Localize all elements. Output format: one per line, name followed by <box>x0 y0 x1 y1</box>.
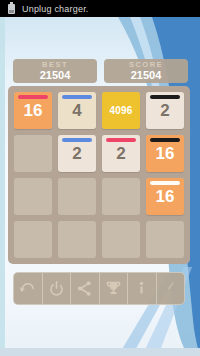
current-score-box: SCORE 21504 <box>104 59 188 83</box>
tile-value: 16 <box>156 187 175 207</box>
tile-marker-black <box>150 95 180 99</box>
info-button[interactable] <box>127 273 156 304</box>
share-icon <box>75 279 94 298</box>
cell-r1c2: 2 <box>102 135 140 172</box>
tile-value: 16 <box>24 101 43 121</box>
info-icon <box>132 279 151 298</box>
tile-value: 4 <box>72 101 81 121</box>
tile-16: 16 <box>146 178 184 215</box>
undo-icon <box>18 279 37 298</box>
settings-icon <box>161 279 180 298</box>
status-bar[interactable]: Unplug charger. <box>0 0 200 17</box>
screen: Unplug charger. <box>0 0 200 356</box>
cell-r0c0: 16 <box>14 92 52 129</box>
cell-r0c2: 4096 <box>102 92 140 129</box>
tile-value: 2 <box>160 101 169 121</box>
tile-16: 16 <box>146 135 184 172</box>
settings-button[interactable] <box>156 273 185 304</box>
restart-button[interactable] <box>42 273 71 304</box>
best-label: BEST <box>42 61 68 69</box>
tile-value: 4096 <box>109 105 132 116</box>
tile-value: 16 <box>156 144 175 164</box>
tile-4: 4 <box>58 92 96 129</box>
share-button[interactable] <box>70 273 99 304</box>
cell-r3c3 <box>146 221 184 258</box>
cell-r1c3: 16 <box>146 135 184 172</box>
cell-r0c3: 2 <box>146 92 184 129</box>
undo-button[interactable] <box>14 273 42 304</box>
tile-marker-pink <box>106 138 136 142</box>
score-value: 21504 <box>131 70 162 81</box>
toolbar <box>13 272 185 305</box>
tile-marker-blue <box>62 138 92 142</box>
trophy-icon <box>104 279 123 298</box>
cell-r2c1 <box>58 178 96 215</box>
cell-r2c0 <box>14 178 52 215</box>
leaderboard-button[interactable] <box>99 273 128 304</box>
tile-4096: 4096 <box>102 92 140 129</box>
cell-r2c2 <box>102 178 140 215</box>
board[interactable]: 16440962221616 <box>8 86 190 264</box>
best-score-box: BEST 21504 <box>13 59 97 83</box>
score-label: SCORE <box>129 61 163 69</box>
cell-r3c2 <box>102 221 140 258</box>
score-panel: BEST 21504 SCORE 21504 <box>13 59 188 83</box>
tile-2: 2 <box>146 92 184 129</box>
tile-marker-pink <box>18 95 48 99</box>
cell-r1c1: 2 <box>58 135 96 172</box>
tile-marker-black <box>150 138 180 142</box>
tile-value: 2 <box>72 144 81 164</box>
tile-marker-white <box>150 181 180 185</box>
cell-r3c1 <box>58 221 96 258</box>
tile-16: 16 <box>14 92 52 129</box>
status-bar-text: Unplug charger. <box>22 4 89 14</box>
best-value: 21504 <box>40 70 71 81</box>
tile-2: 2 <box>58 135 96 172</box>
cell-r2c3: 16 <box>146 178 184 215</box>
cell-r0c1: 4 <box>58 92 96 129</box>
tile-2: 2 <box>102 135 140 172</box>
cell-r1c0 <box>14 135 52 172</box>
tile-marker-blue <box>62 95 92 99</box>
tile-value: 2 <box>116 144 125 164</box>
cell-r3c0 <box>14 221 52 258</box>
power-icon <box>47 279 66 298</box>
game-2048: BEST 21504 SCORE 21504 16440962221616 <box>0 17 200 356</box>
battery-icon <box>8 4 15 14</box>
